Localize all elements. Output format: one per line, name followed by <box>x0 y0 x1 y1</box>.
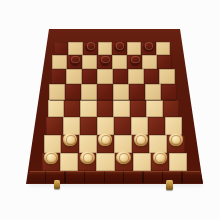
square-a3[interactable] <box>46 117 63 135</box>
square-a6[interactable] <box>51 69 66 84</box>
square-h4[interactable] <box>163 100 179 117</box>
product-photo-scene <box>0 0 220 220</box>
light-checker-f2[interactable] <box>134 133 148 146</box>
square-e5[interactable] <box>113 84 129 100</box>
square-d4[interactable] <box>97 100 113 117</box>
checker-ring-detail <box>46 153 57 163</box>
hinge-left-icon <box>54 180 60 189</box>
square-c4[interactable] <box>80 100 96 117</box>
square-f4[interactable] <box>130 100 146 117</box>
square-e4[interactable] <box>113 100 129 117</box>
square-d2[interactable] <box>97 135 115 153</box>
square-h6[interactable] <box>159 69 174 84</box>
checker-ring-detail <box>101 56 109 64</box>
light-checker-c1[interactable] <box>80 151 95 164</box>
square-e1[interactable] <box>115 153 133 171</box>
square-f2[interactable] <box>132 135 150 153</box>
square-c6[interactable] <box>82 69 97 84</box>
square-a8[interactable] <box>54 42 69 55</box>
square-b7[interactable] <box>67 55 82 69</box>
light-checker-h2[interactable] <box>169 133 183 146</box>
square-d3[interactable] <box>97 117 114 135</box>
square-h2[interactable] <box>167 135 185 153</box>
checker-ring-detail <box>136 135 146 144</box>
square-g8[interactable] <box>141 42 156 55</box>
square-h5[interactable] <box>161 84 177 100</box>
square-f7[interactable] <box>127 55 142 69</box>
checker-ring-detail <box>131 56 139 64</box>
checker-ring-detail <box>71 56 79 64</box>
checker-ring-detail <box>116 42 124 49</box>
square-c7[interactable] <box>82 55 97 69</box>
square-f6[interactable] <box>128 69 143 84</box>
dark-checker-b7[interactable] <box>70 54 81 64</box>
dark-checker-g8[interactable] <box>143 41 153 50</box>
square-e7[interactable] <box>112 55 127 69</box>
square-g1[interactable] <box>151 153 169 171</box>
light-checker-b2[interactable] <box>63 133 77 146</box>
square-c1[interactable] <box>78 153 96 171</box>
square-g6[interactable] <box>144 69 159 84</box>
dark-checker-d7[interactable] <box>100 54 111 64</box>
board-rank-3 <box>46 117 182 135</box>
square-d5[interactable] <box>97 84 113 100</box>
square-g5[interactable] <box>145 84 161 100</box>
board-rank-6 <box>51 69 175 84</box>
square-g3[interactable] <box>148 117 165 135</box>
square-b4[interactable] <box>64 100 80 117</box>
square-b2[interactable] <box>61 135 79 153</box>
square-a1[interactable] <box>42 153 60 171</box>
square-b5[interactable] <box>65 84 81 100</box>
board-rank-1 <box>42 153 187 171</box>
checker-ring-detail <box>101 135 111 144</box>
square-f1[interactable] <box>133 153 151 171</box>
square-c3[interactable] <box>80 117 97 135</box>
square-h3[interactable] <box>165 117 182 135</box>
square-c5[interactable] <box>81 84 97 100</box>
square-b1[interactable] <box>60 153 78 171</box>
board-rank-8 <box>54 42 171 55</box>
checker-ring-detail <box>83 153 94 163</box>
square-b3[interactable] <box>63 117 80 135</box>
dark-checker-c8[interactable] <box>85 41 95 50</box>
square-d1[interactable] <box>96 153 114 171</box>
square-a5[interactable] <box>49 84 65 100</box>
dark-checker-f7[interactable] <box>130 54 141 64</box>
light-checker-e1[interactable] <box>116 151 131 164</box>
square-f5[interactable] <box>129 84 145 100</box>
square-e3[interactable] <box>114 117 131 135</box>
light-checker-g1[interactable] <box>153 151 168 164</box>
square-g4[interactable] <box>146 100 162 117</box>
square-a4[interactable] <box>48 100 64 117</box>
checker-ring-detail <box>87 42 95 49</box>
board-rank-7 <box>52 55 172 69</box>
checker-ring-detail <box>171 135 181 144</box>
square-f3[interactable] <box>131 117 148 135</box>
square-h7[interactable] <box>157 55 172 69</box>
board-rank-4 <box>48 100 180 117</box>
square-h1[interactable] <box>169 153 187 171</box>
light-checker-d2[interactable] <box>98 133 112 146</box>
square-c8[interactable] <box>83 42 98 55</box>
square-d6[interactable] <box>97 69 112 84</box>
square-a7[interactable] <box>52 55 67 69</box>
square-h8[interactable] <box>156 42 171 55</box>
light-checker-a1[interactable] <box>44 151 59 164</box>
dark-checker-e8[interactable] <box>114 41 124 50</box>
checker-ring-detail <box>66 135 76 144</box>
fold-hinge-seam <box>50 100 176 101</box>
square-b6[interactable] <box>66 69 81 84</box>
square-g7[interactable] <box>142 55 157 69</box>
checker-ring-detail <box>155 153 166 163</box>
board-rank-5 <box>49 84 177 100</box>
square-e6[interactable] <box>113 69 128 84</box>
board-rank-2 <box>44 135 185 153</box>
square-d7[interactable] <box>97 55 112 69</box>
checker-ring-detail <box>119 153 130 163</box>
checker-ring-detail <box>145 42 153 49</box>
hinge-right-icon <box>166 180 173 190</box>
square-e8[interactable] <box>112 42 127 55</box>
